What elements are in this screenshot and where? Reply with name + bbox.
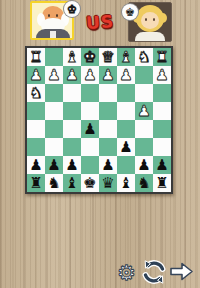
square-d1[interactable]: ♛ — [99, 48, 117, 66]
square-e7[interactable] — [81, 156, 99, 174]
square-c5[interactable] — [117, 120, 135, 138]
white-p-piece: ♟ — [101, 68, 114, 83]
circular-arrows-icon — [141, 259, 167, 285]
avatar-black-player: ♚ — [128, 2, 172, 42]
square-e6[interactable] — [81, 138, 99, 156]
avatar-eye — [153, 18, 155, 21]
square-d3[interactable] — [99, 84, 117, 102]
black-p-piece: ♟ — [119, 140, 132, 155]
square-c2[interactable]: ♟ — [117, 66, 135, 84]
square-c1[interactable]: ♝ — [117, 48, 135, 66]
square-b4[interactable]: ♟ — [135, 102, 153, 120]
square-h6[interactable] — [27, 138, 45, 156]
chess-board: ♜♝♚♛♝♞♜♟♟♟♟♟♟♟♞♟♟♟♟♟♟♟♟♟♜♞♝♚♛♝♞♜ — [25, 46, 173, 194]
square-g3[interactable] — [45, 84, 63, 102]
square-h8[interactable]: ♜ — [27, 174, 45, 192]
black-p-piece: ♟ — [65, 158, 78, 173]
white-p-piece: ♟ — [29, 68, 42, 83]
black-b-piece: ♝ — [65, 176, 78, 191]
avatar-eye — [145, 18, 147, 21]
square-g4[interactable] — [45, 102, 63, 120]
square-d6[interactable] — [99, 138, 117, 156]
black-r-piece: ♜ — [155, 176, 168, 191]
restart-button[interactable] — [141, 259, 167, 285]
black-p-piece: ♟ — [101, 158, 114, 173]
square-h4[interactable] — [27, 102, 45, 120]
black-r-piece: ♜ — [29, 176, 42, 191]
square-g6[interactable] — [45, 138, 63, 156]
white-r-piece: ♜ — [29, 50, 42, 65]
black-b-piece: ♝ — [119, 176, 132, 191]
black-p-piece: ♟ — [29, 158, 42, 173]
square-c8[interactable]: ♝ — [117, 174, 135, 192]
white-r-piece: ♜ — [155, 50, 168, 65]
square-a6[interactable] — [153, 138, 171, 156]
square-e8[interactable]: ♚ — [81, 174, 99, 192]
square-b8[interactable]: ♞ — [135, 174, 153, 192]
white-k-piece: ♚ — [83, 50, 96, 65]
square-b3[interactable] — [135, 84, 153, 102]
square-e3[interactable] — [81, 84, 99, 102]
square-a3[interactable] — [153, 84, 171, 102]
square-e1[interactable]: ♚ — [81, 48, 99, 66]
square-f1[interactable]: ♝ — [63, 48, 81, 66]
app-background: ♚ US ♚ ♜♝♚♛♝♞♜♟♟♟♟♟♟♟♞♟♟♟♟♟♟♟♟♟♜♞♝♚♛♝♞♜ … — [0, 0, 200, 288]
square-a5[interactable] — [153, 120, 171, 138]
square-b1[interactable]: ♞ — [135, 48, 153, 66]
avatar-face — [141, 12, 159, 29]
square-c4[interactable] — [117, 102, 135, 120]
square-d5[interactable] — [99, 120, 117, 138]
square-b7[interactable]: ♟ — [135, 156, 153, 174]
white-q-piece: ♛ — [101, 50, 114, 65]
square-c3[interactable] — [117, 84, 135, 102]
white-p-piece: ♟ — [155, 68, 168, 83]
black-k-piece: ♚ — [83, 176, 96, 191]
square-a8[interactable]: ♜ — [153, 174, 171, 192]
square-c7[interactable] — [117, 156, 135, 174]
square-c6[interactable]: ♟ — [117, 138, 135, 156]
square-b6[interactable] — [135, 138, 153, 156]
black-n-piece: ♞ — [47, 176, 60, 191]
avatar-shirt — [135, 32, 165, 41]
square-d4[interactable] — [99, 102, 117, 120]
next-button[interactable] — [169, 261, 194, 282]
square-b5[interactable] — [135, 120, 153, 138]
square-h5[interactable] — [27, 120, 45, 138]
square-e2[interactable]: ♟ — [81, 66, 99, 84]
white-king-icon: ♚ — [67, 4, 77, 15]
square-d8[interactable]: ♛ — [99, 174, 117, 192]
avatar-hair — [158, 13, 167, 23]
square-g7[interactable]: ♟ — [45, 156, 63, 174]
square-a1[interactable]: ♜ — [153, 48, 171, 66]
square-a7[interactable]: ♟ — [153, 156, 171, 174]
square-g1[interactable] — [45, 48, 63, 66]
square-f6[interactable] — [63, 138, 81, 156]
white-n-piece: ♞ — [29, 86, 42, 101]
settings-button[interactable]: ⚙ — [114, 261, 139, 285]
white-p-piece: ♟ — [137, 104, 150, 119]
white-p-piece: ♟ — [65, 68, 78, 83]
black-king-badge: ♚ — [122, 4, 138, 20]
square-d7[interactable]: ♟ — [99, 156, 117, 174]
square-e4[interactable] — [81, 102, 99, 120]
square-g2[interactable]: ♟ — [45, 66, 63, 84]
black-p-piece: ♟ — [137, 158, 150, 173]
square-d2[interactable]: ♟ — [99, 66, 117, 84]
black-n-piece: ♞ — [137, 176, 150, 191]
gear-icon: ⚙ — [117, 261, 136, 285]
square-g8[interactable]: ♞ — [45, 174, 63, 192]
square-h7[interactable]: ♟ — [27, 156, 45, 174]
square-f8[interactable]: ♝ — [63, 174, 81, 192]
square-f2[interactable]: ♟ — [63, 66, 81, 84]
square-b2[interactable] — [135, 66, 153, 84]
square-a4[interactable] — [153, 102, 171, 120]
white-n-piece: ♞ — [137, 50, 150, 65]
white-p-piece: ♟ — [47, 68, 60, 83]
white-p-piece: ♟ — [83, 68, 96, 83]
black-q-piece: ♛ — [101, 176, 114, 191]
white-p-piece: ♟ — [119, 68, 132, 83]
square-h1[interactable]: ♜ — [27, 48, 45, 66]
square-e5[interactable]: ♟ — [81, 120, 99, 138]
white-b-piece: ♝ — [119, 50, 132, 65]
square-f4[interactable] — [63, 102, 81, 120]
square-h2[interactable]: ♟ — [27, 66, 45, 84]
black-p-piece: ♟ — [155, 158, 168, 173]
square-f5[interactable] — [63, 120, 81, 138]
square-f3[interactable] — [63, 84, 81, 102]
black-king-icon: ♚ — [125, 7, 135, 18]
black-p-piece: ♟ — [83, 122, 96, 137]
square-g5[interactable] — [45, 120, 63, 138]
square-a2[interactable]: ♟ — [153, 66, 171, 84]
black-p-piece: ♟ — [47, 158, 60, 173]
square-f7[interactable]: ♟ — [63, 156, 81, 174]
arrow-right-icon — [169, 261, 194, 282]
white-king-badge: ♚ — [64, 1, 80, 17]
white-b-piece: ♝ — [65, 50, 78, 65]
square-h3[interactable]: ♞ — [27, 84, 45, 102]
